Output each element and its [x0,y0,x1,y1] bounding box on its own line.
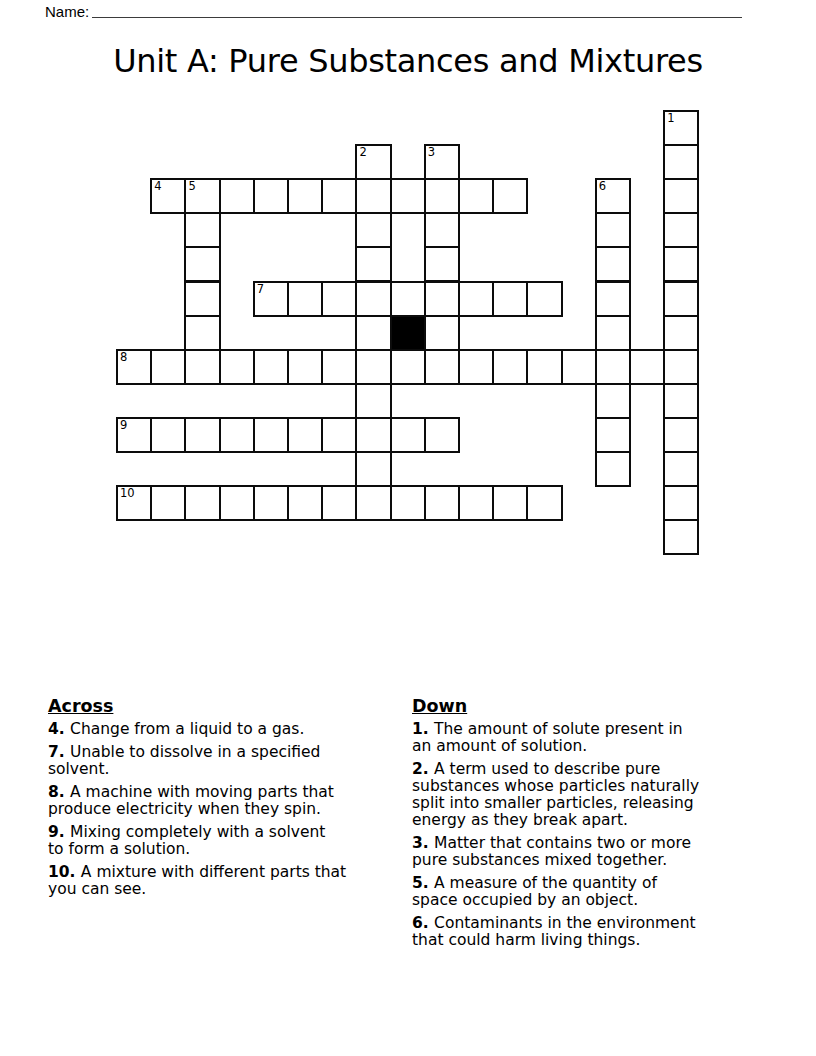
grid-cell-r2c16[interactable] [663,178,699,214]
crossword-grid: 12345678910 [116,110,700,556]
grid-cell-r2c11[interactable] [492,178,528,214]
clue-num-label: 8. [48,783,70,801]
clue-number-7: 7 [257,283,264,296]
grid-cell-r5c11[interactable] [492,281,528,317]
across-clue-10: 10. A mixture with different parts that … [48,864,410,898]
grid-cell-r11c8[interactable] [390,485,426,521]
grid-cell-r11c0[interactable]: 10 [116,485,152,521]
clue-text: A term used to describe pure substances … [412,760,699,829]
clue-number-8: 8 [120,351,127,364]
grid-cell-r1c7[interactable]: 2 [355,144,391,180]
clue-text: Mixing completely with a solvent to form… [48,823,325,858]
grid-cell-r11c2[interactable] [184,485,220,521]
down-header: Down [412,696,764,716]
grid-cell-r9c3[interactable] [219,417,255,453]
clue-text: Matter that contains two or more pure su… [412,834,691,869]
grid-cell-r8c7[interactable] [355,383,391,419]
grid-cell-r9c9[interactable] [424,417,460,453]
grid-cell-r4c2[interactable] [184,246,220,282]
down-clue-3: 3. Matter that contains two or more pure… [412,835,764,869]
across-clue-8: 8. A machine with moving parts that prod… [48,784,410,818]
clue-num-label: 7. [48,743,70,761]
grid-cell-r10c14[interactable] [595,451,631,487]
grid-cell-r1c16[interactable] [663,144,699,180]
page-title: Unit A: Pure Substances and Mixtures [0,42,816,80]
grid-cell-r9c1[interactable] [150,417,186,453]
grid-cell-r3c2[interactable] [184,212,220,248]
grid-cell-r2c6[interactable] [321,178,357,214]
clue-number-3: 3 [428,146,435,159]
clue-text: Unable to dissolve in a specified solven… [48,743,320,778]
grid-cell-r5c10[interactable] [458,281,494,317]
clue-num-label: 6. [412,914,434,932]
grid-cell-r7c7[interactable] [355,349,391,385]
clue-number-4: 4 [154,180,161,193]
name-fill-in-line[interactable] [92,2,742,18]
grid-cell-r9c8[interactable] [390,417,426,453]
grid-cell-r11c3[interactable] [219,485,255,521]
grid-cell-r7c13[interactable] [561,349,597,385]
grid-cell-r9c5[interactable] [287,417,323,453]
clue-text: Contaminants in the environment that cou… [412,914,696,949]
grid-cell-r5c6[interactable] [321,281,357,317]
grid-cell-r9c14[interactable] [595,417,631,453]
grid-cell-r7c1[interactable] [150,349,186,385]
grid-cell-r5c4[interactable]: 7 [253,281,289,317]
grid-cell-r7c2[interactable] [184,349,220,385]
grid-cell-r2c1[interactable]: 4 [150,178,186,214]
grid-cell-r7c16[interactable] [663,349,699,385]
clue-number-1: 1 [667,112,674,125]
grid-cell-r7c4[interactable] [253,349,289,385]
grid-cell-r3c16[interactable] [663,212,699,248]
grid-cell-r2c9[interactable] [424,178,460,214]
grid-cell-r11c5[interactable] [287,485,323,521]
grid-cell-r9c2[interactable] [184,417,220,453]
clue-number-5: 5 [188,180,195,193]
grid-cell-r6c9[interactable] [424,315,460,351]
grid-cell-r5c7[interactable] [355,281,391,317]
down-clue-list: 1. The amount of solute present in an am… [412,721,764,949]
grid-cell-r2c8[interactable] [390,178,426,214]
grid-cell-r2c2[interactable]: 5 [184,178,220,214]
grid-cell-r6c14[interactable] [595,315,631,351]
grid-cell-r7c8[interactable] [390,349,426,385]
grid-cell-r4c9[interactable] [424,246,460,282]
grid-cell-r0c16[interactable]: 1 [663,110,699,146]
clue-text: Change from a liquid to a gas. [70,720,304,738]
grid-cell-r7c15[interactable] [629,349,665,385]
grid-cell-r5c5[interactable] [287,281,323,317]
across-clues-section: Across 4. Change from a liquid to a gas.… [48,696,410,904]
clue-text: A machine with moving parts that produce… [48,783,334,818]
grid-cell-r9c16[interactable] [663,417,699,453]
grid-cell-r5c16[interactable] [663,281,699,317]
grid-cell-r11c7[interactable] [355,485,391,521]
across-clue-7: 7. Unable to dissolve in a specified sol… [48,744,410,778]
grid-cell-r11c9[interactable] [424,485,460,521]
clue-num-label: 2. [412,760,434,778]
grid-cell-r2c5[interactable] [287,178,323,214]
grid-cell-r11c1[interactable] [150,485,186,521]
name-label: Name: [45,3,89,20]
grid-cell-r11c6[interactable] [321,485,357,521]
grid-cell-r4c7[interactable] [355,246,391,282]
grid-cell-r4c14[interactable] [595,246,631,282]
grid-cell-r1c9[interactable]: 3 [424,144,460,180]
grid-cell-r9c4[interactable] [253,417,289,453]
grid-cell-r6c7[interactable] [355,315,391,351]
across-clue-4: 4. Change from a liquid to a gas. [48,721,410,738]
grid-cell-r3c7[interactable] [355,212,391,248]
clue-num-label: 5. [412,874,434,892]
grid-cell-r11c16[interactable] [663,485,699,521]
grid-cell-r7c11[interactable] [492,349,528,385]
clue-number-9: 9 [120,419,127,432]
across-header: Across [48,696,410,716]
clue-text: A mixture with different parts that you … [48,863,346,898]
down-clue-5: 5. A measure of the quantity of space oc… [412,875,764,909]
grid-cell-r7c0[interactable]: 8 [116,349,152,385]
grid-cell-r3c14[interactable] [595,212,631,248]
down-clue-1: 1. The amount of solute present in an am… [412,721,764,755]
clue-number-2: 2 [359,146,366,159]
grid-cell-r7c14[interactable] [595,349,631,385]
across-clue-9: 9. Mixing completely with a solvent to f… [48,824,410,858]
grid-cell-r11c11[interactable] [492,485,528,521]
clue-num-label: 4. [48,720,70,738]
grid-cell-r7c9[interactable] [424,349,460,385]
down-clues-section: Down 1. The amount of solute present in … [412,696,764,955]
grid-cell-r2c10[interactable] [458,178,494,214]
grid-cell-r7c10[interactable] [458,349,494,385]
grid-cell-r11c12[interactable] [526,485,562,521]
clue-number-10: 10 [120,487,135,500]
grid-cell-r8c16[interactable] [663,383,699,419]
grid-cell-r2c3[interactable] [219,178,255,214]
grid-cell-r11c4[interactable] [253,485,289,521]
grid-cell-r5c8[interactable] [390,281,426,317]
across-clue-list: 4. Change from a liquid to a gas.7. Unab… [48,721,410,898]
clue-text: The amount of solute present in an amoun… [412,720,683,755]
grid-cell-r10c16[interactable] [663,451,699,487]
grid-cell-r7c6[interactable] [321,349,357,385]
grid-cell-r9c6[interactable] [321,417,357,453]
grid-cell-r6c16[interactable] [663,315,699,351]
grid-cell-r4c16[interactable] [663,246,699,282]
grid-cell-r9c7[interactable] [355,417,391,453]
grid-cell-r11c10[interactable] [458,485,494,521]
down-clue-6: 6. Contaminants in the environment that … [412,915,764,949]
black-cell [390,315,426,351]
grid-cell-r7c5[interactable] [287,349,323,385]
grid-cell-r10c7[interactable] [355,451,391,487]
clue-num-label: 3. [412,834,434,852]
grid-cell-r6c2[interactable] [184,315,220,351]
clue-text: A measure of the quantity of space occup… [412,874,657,909]
grid-cell-r5c9[interactable] [424,281,460,317]
grid-cell-r12c16[interactable] [663,519,699,555]
down-clue-2: 2. A term used to describe pure substanc… [412,761,764,829]
grid-cell-r7c3[interactable] [219,349,255,385]
grid-cell-r5c2[interactable] [184,281,220,317]
clue-number-6: 6 [599,180,606,193]
grid-cell-r2c7[interactable] [355,178,391,214]
grid-cell-r9c0[interactable]: 9 [116,417,152,453]
clue-num-label: 9. [48,823,70,841]
grid-cell-r5c12[interactable] [526,281,562,317]
clue-num-label: 10. [48,863,81,881]
grid-cell-r7c12[interactable] [526,349,562,385]
grid-cell-r2c14[interactable]: 6 [595,178,631,214]
grid-cell-r8c14[interactable] [595,383,631,419]
clue-num-label: 1. [412,720,434,738]
grid-cell-r2c4[interactable] [253,178,289,214]
grid-cell-r5c14[interactable] [595,281,631,317]
grid-cell-r3c9[interactable] [424,212,460,248]
